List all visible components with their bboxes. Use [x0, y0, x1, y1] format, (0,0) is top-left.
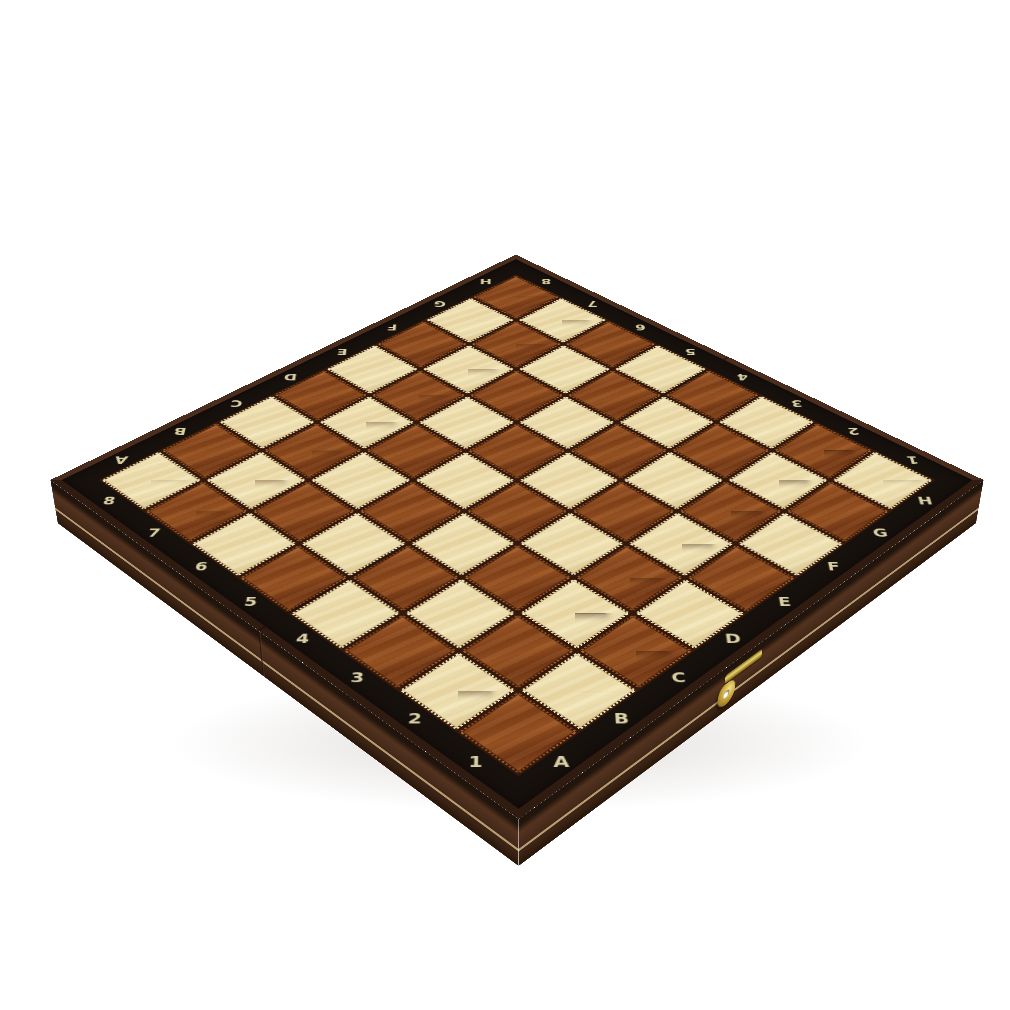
- fold-seam-side: [258, 631, 265, 678]
- file-label: H: [909, 493, 940, 509]
- file-label: C: [663, 668, 695, 688]
- light-pawn-glyph: ♟: [154, 431, 238, 525]
- file-label: D: [717, 629, 749, 648]
- file-label: A: [546, 751, 578, 773]
- square-b5: [301, 512, 406, 576]
- rank-label: 3: [341, 668, 373, 688]
- rank-label: 8: [94, 493, 125, 509]
- product-photo-stage: ♜♟♟♜♞♟♟♞♝♟♟♝♚♟♟♛♛♟♟♚♝♟♟♟♞♟♞♜♟♟♝ HHGGFFEE…: [0, 0, 1010, 1010]
- file-label: B: [606, 708, 638, 729]
- rank-label: 6: [186, 558, 217, 575]
- latch-hole-icon: [723, 688, 729, 699]
- rank-label: 7: [139, 525, 170, 541]
- rank-label: 6: [628, 321, 652, 333]
- rank-label: 2: [399, 708, 431, 729]
- rank-label: 1: [459, 751, 491, 773]
- square-b6: [252, 481, 355, 542]
- board-face: ♜♟♟♜♞♟♟♞♝♟♟♝♚♟♟♛♛♟♟♚♝♟♟♟♞♟♞♜♟♟♝ HHGGFFEE…: [50, 255, 983, 819]
- rank-label: 4: [287, 629, 319, 648]
- file-label: G: [865, 525, 896, 541]
- rank-label: 5: [678, 345, 703, 357]
- board-grid: ♜♟♟♜♞♟♟♞♝♟♟♝♚♟♟♛♛♟♟♚♝♟♟♟♞♟♞♜♟♟♝: [98, 274, 935, 776]
- file-label: F: [818, 558, 850, 575]
- dark-bishop-glyph: ♝: [441, 575, 596, 748]
- chess-box: ♜♟♟♜♞♟♟♞♝♟♟♝♚♟♟♛♛♟♟♚♝♟♟♟♞♟♞♜♟♟♝ HHGGFFEE…: [50, 255, 983, 819]
- rank-label: 4: [729, 371, 755, 384]
- scene: ♜♟♟♜♞♟♟♞♝♟♟♝♚♟♟♛♛♟♟♚♝♟♟♟♞♟♞♜♟♟♝ HHGGFFEE…: [0, 0, 1010, 1010]
